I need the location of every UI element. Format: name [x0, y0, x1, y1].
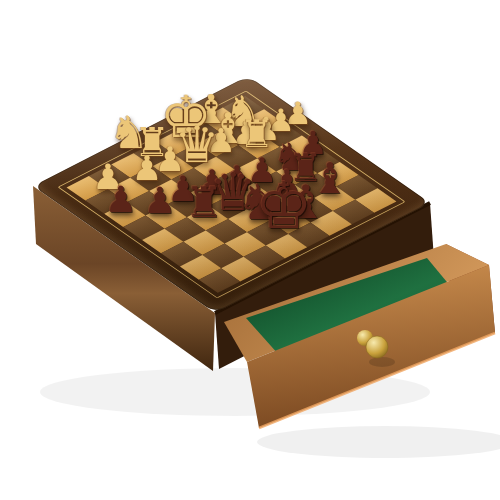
piece-black-pawn-c1[interactable]: ♟ — [105, 182, 137, 218]
piece-black-pawn-d2[interactable]: ♟ — [144, 183, 176, 219]
piece-black-king-g5[interactable]: ♚ — [255, 174, 312, 238]
piece-white-rook-c7[interactable]: ♜ — [240, 115, 274, 153]
piece-black-rook-e3[interactable]: ♜ — [185, 182, 223, 224]
chess-box-scene: ♝♟♞♟♚♟♟♝♜♞♟♟♜♛♟♞♟♜♟♟♟♟♟♝♟♛♟♟♝♜♞♚ — [0, 0, 500, 500]
pieces-layer: ♝♟♞♟♚♟♟♝♜♞♟♟♜♛♟♞♟♜♟♟♟♟♟♝♟♛♟♟♝♜♞♚ — [0, 0, 500, 500]
